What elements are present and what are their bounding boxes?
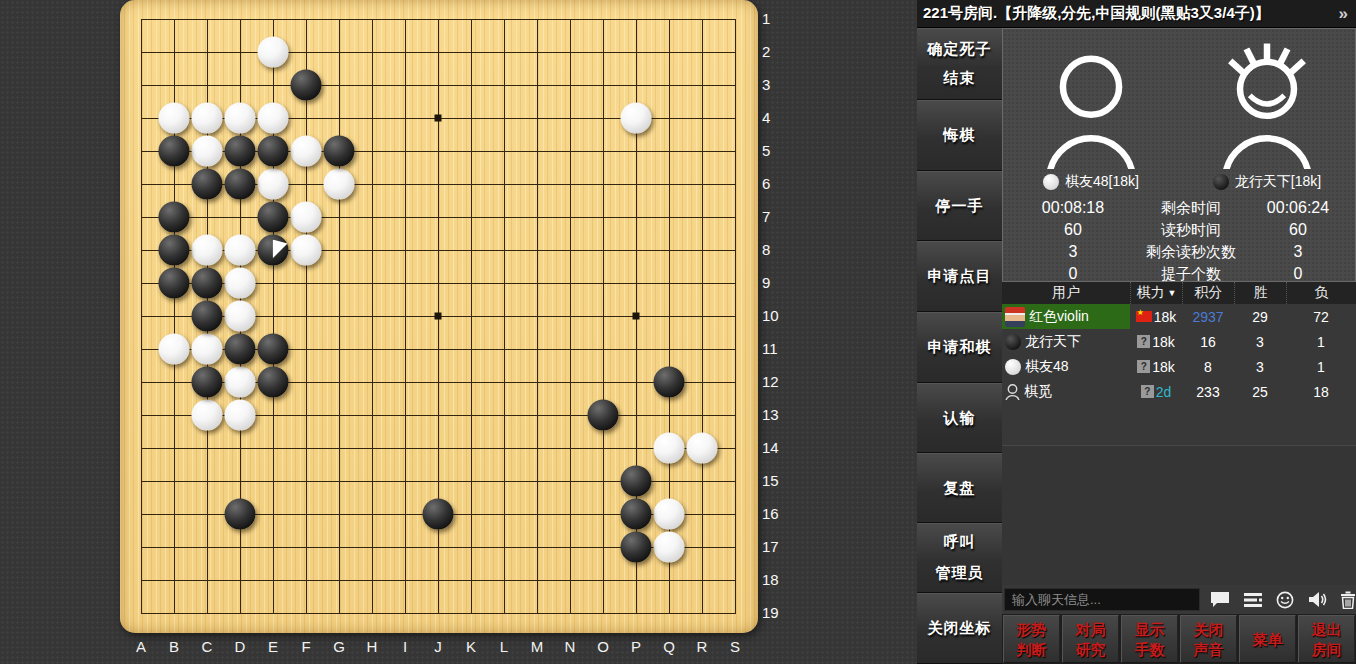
request-count-button[interactable]: 申请点目 — [917, 241, 1002, 312]
user-rank: 18k — [1152, 334, 1175, 350]
row-label: 17 — [762, 538, 788, 555]
white-stone — [192, 400, 223, 431]
black-stone — [258, 136, 289, 167]
black-stone — [225, 169, 256, 200]
user-rank: 2d — [1156, 384, 1172, 400]
collapse-panel-icon[interactable]: » — [1339, 4, 1356, 24]
button-label: 复盘 — [944, 479, 976, 498]
column-label: H — [356, 638, 388, 655]
button-label: 认输 — [944, 409, 976, 428]
white-stone — [654, 532, 685, 563]
black-stone — [192, 301, 223, 332]
black-stone — [621, 499, 652, 530]
row-label: 3 — [762, 76, 788, 93]
button-label: 悔棋 — [944, 126, 976, 145]
white-stone — [225, 235, 256, 266]
white-stone-icon — [1043, 174, 1059, 190]
user-rank: 18k — [1154, 309, 1177, 325]
black-player-value: 00:06:24 — [1239, 199, 1356, 217]
clock-label: 提子个数 — [1143, 265, 1239, 284]
button-label: 声音 — [1194, 640, 1224, 659]
table-header-1: 棋力▼ — [1130, 282, 1182, 304]
user-name: 棋友48 — [1025, 358, 1069, 376]
column-label: A — [125, 638, 157, 655]
user-wins: 3 — [1234, 334, 1286, 350]
button-label: 结束 — [944, 69, 976, 88]
black-stone — [258, 202, 289, 233]
white-player-value: 0 — [1003, 265, 1143, 283]
clock-row: 60读秒时间60 — [1003, 219, 1355, 241]
bottom-buttons: 形势判断对局研究显示手数关闭声音菜单退出房间 — [1002, 614, 1356, 664]
black-player-value: 0 — [1239, 265, 1356, 283]
person-outline-icon — [1005, 383, 1020, 400]
user-name: 红色violin — [1029, 308, 1089, 326]
go-board[interactable] — [120, 0, 758, 633]
black-stone — [621, 466, 652, 497]
black-stone — [225, 334, 256, 365]
row-label: 7 — [762, 208, 788, 225]
button-label: 关闭 — [1194, 620, 1224, 639]
black-player-value: 60 — [1239, 221, 1356, 239]
white-stone — [258, 103, 289, 134]
go-game-room: ABCDEFGHIJKLMNOPQRS 12345678910111213141… — [0, 0, 1356, 664]
button-label: 停一手 — [936, 197, 984, 216]
user-rank: 18k — [1152, 359, 1175, 375]
user-row[interactable]: 龙行天下?18k1631 — [1002, 329, 1356, 354]
row-label: 18 — [762, 571, 788, 588]
white-player-value: 60 — [1003, 221, 1143, 239]
column-label: M — [521, 638, 553, 655]
clock-label: 剩余时间 — [1143, 199, 1239, 218]
black-stone — [588, 400, 619, 431]
black-stone-icon — [1005, 334, 1021, 350]
last-move-marker — [273, 240, 288, 259]
grid-line — [735, 19, 736, 614]
trash-icon[interactable] — [1340, 591, 1356, 609]
white-player-name: 棋友48[18k] — [1065, 173, 1139, 191]
row-label: 16 — [762, 505, 788, 522]
player-info-panel: 棋友48[18k] 龙行天下[18k] 00:08:18剩余时间00:06:24… — [1002, 28, 1356, 282]
grid-line — [570, 19, 571, 614]
player-names: 棋友48[18k] 龙行天下[18k] — [1003, 169, 1355, 195]
black-stone — [258, 235, 289, 266]
provisional-badge: ? — [1137, 360, 1150, 373]
button-label: 显示 — [1135, 620, 1165, 639]
white-player: 棋友48[18k] — [1003, 169, 1179, 195]
black-stone — [159, 235, 190, 266]
white-stone — [654, 499, 685, 530]
white-stone — [258, 37, 289, 68]
chat-bar — [1002, 585, 1356, 614]
black-stone — [159, 268, 190, 299]
button-label: 研究 — [1076, 640, 1106, 659]
player-avatars — [1003, 33, 1355, 169]
white-stone — [225, 268, 256, 299]
clock-grid: 00:08:18剩余时间00:06:2460读秒时间603剩余读秒次数30提子个… — [1003, 197, 1355, 285]
row-label: 14 — [762, 439, 788, 456]
white-stone — [192, 235, 223, 266]
grid-line — [537, 19, 538, 614]
user-name: 龙行天下 — [1025, 333, 1081, 351]
room-title: 221号房间.【升降级,分先,中国规则(黑贴3又3/4子)】 — [917, 4, 1270, 23]
user-wins: 3 — [1234, 359, 1286, 375]
black-stone — [423, 499, 454, 530]
table-header-0: 用户 — [1002, 282, 1130, 304]
button-label: 退出 — [1312, 620, 1342, 639]
white-stone — [192, 334, 223, 365]
chat-list-icon[interactable] — [1243, 592, 1263, 608]
white-stone — [192, 103, 223, 134]
white-stone — [258, 169, 289, 200]
row-label: 19 — [762, 604, 788, 621]
white-stone — [159, 103, 190, 134]
row-label: 1 — [762, 10, 788, 27]
button-label: 手数 — [1135, 640, 1165, 659]
user-row[interactable]: 棋友48?18k831 — [1002, 354, 1356, 379]
user-rank-cell: ?2d — [1130, 384, 1182, 400]
white-stone — [225, 400, 256, 431]
user-wins: 29 — [1234, 309, 1286, 325]
button-label: 申请和棋 — [928, 338, 992, 357]
black-player-avatar — [1213, 39, 1321, 169]
row-label: 12 — [762, 373, 788, 390]
black-stone — [291, 70, 322, 101]
white-stone — [621, 103, 652, 134]
user-name: 棋觅 — [1024, 383, 1052, 401]
room-title-bar: 221号房间.【升降级,分先,中国规则(黑贴3又3/4子)】 » — [917, 0, 1356, 28]
toggle-coordinates-button[interactable]: 关闭坐标 — [917, 593, 1002, 664]
user-row[interactable]: 红色violin18k29372972 — [1002, 304, 1356, 329]
white-stone-icon — [1005, 359, 1021, 375]
white-stone — [291, 136, 322, 167]
user-score: 233 — [1182, 384, 1234, 400]
confirm-dead-stones-end-button[interactable]: 确定死子结束 — [917, 28, 1002, 100]
show-move-numbers-button[interactable]: 显示手数 — [1121, 615, 1178, 663]
chat-bubble-icon[interactable] — [1210, 591, 1230, 608]
star-point — [633, 313, 640, 320]
column-label: I — [389, 638, 421, 655]
grid-line — [141, 613, 736, 614]
chat-log[interactable] — [1002, 445, 1356, 585]
table-header-4: 负 — [1286, 282, 1356, 304]
button-label: 判断 — [1017, 640, 1047, 659]
row-label: 2 — [762, 43, 788, 60]
row-label: 5 — [762, 142, 788, 159]
sort-arrow-icon[interactable]: ▼ — [1168, 288, 1177, 298]
column-label: S — [719, 638, 751, 655]
resign-button[interactable]: 认输 — [917, 383, 1002, 453]
user-score: 16 — [1182, 334, 1234, 350]
column-label: F — [290, 638, 322, 655]
position-judgment-button[interactable]: 形势判断 — [1003, 615, 1060, 663]
row-label: 13 — [762, 406, 788, 423]
black-stone — [324, 136, 355, 167]
china-flag-icon — [1136, 311, 1152, 322]
white-stone — [192, 136, 223, 167]
provisional-badge: ? — [1141, 385, 1154, 398]
star-point — [435, 115, 442, 122]
button-label: 形势 — [1017, 620, 1047, 639]
row-label: 11 — [762, 340, 788, 357]
black-player-value: 3 — [1239, 243, 1356, 261]
black-stone — [225, 499, 256, 530]
row-label: 8 — [762, 241, 788, 258]
user-wins: 25 — [1234, 384, 1286, 400]
game-research-button[interactable]: 对局研究 — [1062, 615, 1119, 663]
clock-label: 读秒时间 — [1143, 221, 1239, 240]
black-stone — [192, 169, 223, 200]
white-player-value: 00:08:18 — [1003, 199, 1143, 217]
column-label: Q — [653, 638, 685, 655]
user-row[interactable]: 棋觅?2d2332518 — [1002, 379, 1356, 404]
white-player-avatar — [1037, 39, 1145, 169]
grid-line — [603, 19, 604, 614]
button-label: 呼叫 — [944, 533, 976, 552]
black-stone — [654, 367, 685, 398]
horn-icon[interactable] — [1307, 591, 1327, 608]
button-label: 关闭坐标 — [928, 619, 992, 638]
user-score: 2937 — [1182, 309, 1234, 325]
column-label: E — [257, 638, 289, 655]
white-stone — [225, 367, 256, 398]
user-rank-cell: 18k — [1130, 309, 1182, 325]
column-label: N — [554, 638, 586, 655]
user-losses: 72 — [1286, 309, 1356, 325]
button-label: 申请点目 — [928, 267, 992, 286]
user-table-body: 红色violin18k29372972龙行天下?18k1631棋友48?18k8… — [1002, 304, 1356, 404]
clock-label: 剩余读秒次数 — [1143, 243, 1239, 262]
button-label: 对局 — [1076, 620, 1106, 639]
black-player: 龙行天下[18k] — [1179, 169, 1355, 195]
black-stone — [192, 367, 223, 398]
user-table: 用户棋力▼积分胜负 红色violin18k29372972龙行天下?18k163… — [1002, 282, 1356, 404]
call-admin-button[interactable]: 呼叫管理员 — [917, 523, 1002, 593]
column-label: G — [323, 638, 355, 655]
table-header-3: 胜 — [1234, 282, 1286, 304]
user-losses: 18 — [1286, 384, 1356, 400]
request-draw-button[interactable]: 申请和棋 — [917, 312, 1002, 383]
pass-button[interactable]: 停一手 — [917, 171, 1002, 241]
button-label: 确定死子 — [928, 40, 992, 59]
white-stone — [291, 202, 322, 233]
chat-input[interactable] — [1004, 588, 1200, 611]
user-losses: 1 — [1286, 359, 1356, 375]
black-stone — [621, 532, 652, 563]
menu-button[interactable]: 菜单 — [1239, 615, 1296, 663]
clock-row: 3剩余读秒次数3 — [1003, 241, 1355, 263]
row-label: 6 — [762, 175, 788, 192]
button-label: 管理员 — [936, 564, 984, 583]
column-label: R — [686, 638, 718, 655]
white-stone — [324, 169, 355, 200]
black-stone — [225, 136, 256, 167]
user-avatar — [1005, 307, 1025, 327]
emoji-icon[interactable] — [1276, 591, 1294, 609]
black-stone — [258, 367, 289, 398]
provisional-badge: ? — [1137, 335, 1150, 348]
user-name-cell: 红色violin — [1002, 304, 1130, 329]
white-stone — [225, 103, 256, 134]
button-label: 菜单 — [1253, 630, 1283, 649]
column-label: L — [488, 638, 520, 655]
clock-row: 00:08:18剩余时间00:06:24 — [1003, 197, 1355, 219]
review-button[interactable]: 复盘 — [917, 453, 1002, 523]
column-label: O — [587, 638, 619, 655]
user-name-cell: 棋友48 — [1002, 354, 1130, 379]
column-label: B — [158, 638, 190, 655]
white-stone — [291, 235, 322, 266]
right-panel: 棋友48[18k] 龙行天下[18k] 00:08:18剩余时间00:06:24… — [1002, 28, 1356, 664]
white-stone — [159, 334, 190, 365]
white-stone — [225, 301, 256, 332]
black-stone-icon — [1213, 174, 1229, 190]
user-score: 8 — [1182, 359, 1234, 375]
mute-sound-button[interactable]: 关闭声音 — [1180, 615, 1237, 663]
black-stone — [258, 334, 289, 365]
white-stone — [654, 433, 685, 464]
grid-line — [702, 19, 703, 614]
row-label: 9 — [762, 274, 788, 291]
black-stone — [192, 268, 223, 299]
column-label: K — [455, 638, 487, 655]
column-label: P — [620, 638, 652, 655]
user-name-cell: 棋觅 — [1002, 379, 1130, 404]
user-table-header: 用户棋力▼积分胜负 — [1002, 282, 1356, 304]
black-stone — [159, 202, 190, 233]
user-rank-cell: ?18k — [1130, 334, 1182, 350]
column-label: D — [224, 638, 256, 655]
grid-line — [141, 448, 736, 449]
grid-line — [141, 580, 736, 581]
row-label: 10 — [762, 307, 788, 324]
column-label: J — [422, 638, 454, 655]
grid-line — [504, 19, 505, 614]
row-label: 4 — [762, 109, 788, 126]
star-point — [435, 313, 442, 320]
user-rank-cell: ?18k — [1130, 359, 1182, 375]
chat-icons — [1210, 591, 1356, 609]
user-name-cell: 龙行天下 — [1002, 329, 1130, 354]
user-losses: 1 — [1286, 334, 1356, 350]
button-label: 房间 — [1312, 640, 1342, 659]
black-stone — [159, 136, 190, 167]
white-stone — [687, 433, 718, 464]
grid-line — [471, 19, 472, 614]
white-player-value: 3 — [1003, 243, 1143, 261]
black-player-name: 龙行天下[18k] — [1235, 173, 1321, 191]
undo-button[interactable]: 悔棋 — [917, 100, 1002, 171]
table-header-2: 积分 — [1182, 282, 1234, 304]
exit-room-button[interactable]: 退出房间 — [1298, 615, 1355, 663]
game-action-buttons: 确定死子结束悔棋停一手申请点目申请和棋认输复盘呼叫管理员关闭坐标 — [917, 28, 1002, 664]
column-label: C — [191, 638, 223, 655]
row-label: 15 — [762, 472, 788, 489]
